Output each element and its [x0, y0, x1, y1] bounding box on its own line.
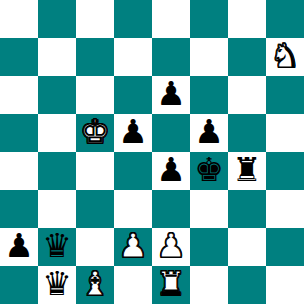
square-c1[interactable]: ♝: [76, 266, 114, 304]
piece-black-pawn[interactable]: ♟: [156, 75, 186, 113]
square-h1[interactable]: [266, 266, 304, 304]
square-b5[interactable]: [38, 114, 76, 152]
square-c5[interactable]: ♚: [76, 114, 114, 152]
piece-black-pawn[interactable]: ♟: [156, 151, 186, 189]
square-g4[interactable]: ♜: [228, 152, 266, 190]
square-h5[interactable]: [266, 114, 304, 152]
square-h7[interactable]: ♞: [266, 38, 304, 76]
square-h4[interactable]: [266, 152, 304, 190]
square-g5[interactable]: [228, 114, 266, 152]
square-a3[interactable]: [0, 190, 38, 228]
square-f4[interactable]: ♚: [190, 152, 228, 190]
square-f2[interactable]: [190, 228, 228, 266]
square-g3[interactable]: [228, 190, 266, 228]
piece-white-knight[interactable]: ♞: [270, 37, 300, 75]
square-e3[interactable]: [152, 190, 190, 228]
square-e5[interactable]: [152, 114, 190, 152]
piece-black-pawn[interactable]: ♟: [4, 227, 34, 265]
square-e2[interactable]: ♟: [152, 228, 190, 266]
square-e4[interactable]: ♟: [152, 152, 190, 190]
square-h6[interactable]: [266, 76, 304, 114]
square-c2[interactable]: [76, 228, 114, 266]
square-h3[interactable]: [266, 190, 304, 228]
square-a5[interactable]: [0, 114, 38, 152]
square-d5[interactable]: ♟: [114, 114, 152, 152]
square-b3[interactable]: [38, 190, 76, 228]
square-c8[interactable]: [76, 0, 114, 38]
piece-white-king[interactable]: ♚: [80, 113, 110, 151]
square-b7[interactable]: [38, 38, 76, 76]
square-d8[interactable]: [114, 0, 152, 38]
square-b4[interactable]: [38, 152, 76, 190]
square-f7[interactable]: [190, 38, 228, 76]
square-f1[interactable]: [190, 266, 228, 304]
square-c4[interactable]: [76, 152, 114, 190]
piece-white-pawn[interactable]: ♟: [118, 227, 148, 265]
square-c6[interactable]: [76, 76, 114, 114]
square-d1[interactable]: [114, 266, 152, 304]
square-e6[interactable]: ♟: [152, 76, 190, 114]
square-f3[interactable]: [190, 190, 228, 228]
square-h2[interactable]: [266, 228, 304, 266]
square-c7[interactable]: [76, 38, 114, 76]
square-d4[interactable]: [114, 152, 152, 190]
square-f6[interactable]: [190, 76, 228, 114]
square-d6[interactable]: [114, 76, 152, 114]
square-g1[interactable]: [228, 266, 266, 304]
square-d3[interactable]: [114, 190, 152, 228]
square-f8[interactable]: [190, 0, 228, 38]
square-e1[interactable]: ♜: [152, 266, 190, 304]
square-d2[interactable]: ♟: [114, 228, 152, 266]
square-g7[interactable]: [228, 38, 266, 76]
piece-black-queen[interactable]: ♛: [42, 265, 72, 303]
square-f5[interactable]: ♟: [190, 114, 228, 152]
square-a7[interactable]: [0, 38, 38, 76]
square-b8[interactable]: [38, 0, 76, 38]
square-g6[interactable]: [228, 76, 266, 114]
piece-black-pawn[interactable]: ♟: [118, 113, 148, 151]
square-a6[interactable]: [0, 76, 38, 114]
piece-black-queen[interactable]: ♛: [42, 227, 72, 265]
square-g2[interactable]: [228, 228, 266, 266]
square-d7[interactable]: [114, 38, 152, 76]
square-g8[interactable]: [228, 0, 266, 38]
piece-white-rook[interactable]: ♜: [156, 265, 186, 303]
chess-board: ♞♟♚♟♟♟♚♜♟♛♟♟♛♝♜: [0, 0, 304, 304]
square-a4[interactable]: [0, 152, 38, 190]
piece-black-rook[interactable]: ♜: [232, 151, 262, 189]
square-e7[interactable]: [152, 38, 190, 76]
square-b1[interactable]: ♛: [38, 266, 76, 304]
piece-white-bishop[interactable]: ♝: [80, 265, 110, 303]
square-c3[interactable]: [76, 190, 114, 228]
piece-white-pawn[interactable]: ♟: [156, 227, 186, 265]
square-a1[interactable]: [0, 266, 38, 304]
square-a8[interactable]: [0, 0, 38, 38]
piece-black-pawn[interactable]: ♟: [194, 113, 224, 151]
square-a2[interactable]: ♟: [0, 228, 38, 266]
square-b2[interactable]: ♛: [38, 228, 76, 266]
piece-black-king[interactable]: ♚: [194, 151, 224, 189]
square-e8[interactable]: [152, 0, 190, 38]
square-b6[interactable]: [38, 76, 76, 114]
square-h8[interactable]: [266, 0, 304, 38]
